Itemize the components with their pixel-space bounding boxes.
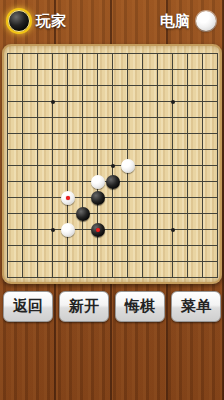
undo-button[interactable]: 悔棋 — [115, 291, 165, 322]
last-move-marker — [66, 196, 70, 200]
star-point — [51, 100, 55, 104]
stone-black — [91, 223, 105, 237]
player-label: 玩家 — [36, 8, 66, 34]
computer-label: 电脑 — [160, 8, 190, 34]
stone-white — [61, 223, 75, 237]
computer-indicator: 电脑 — [160, 8, 216, 34]
action-button-row: 返回新开悔棋菜单 — [3, 291, 221, 322]
stone-black — [106, 175, 120, 189]
player-indicator: 玩家 — [8, 8, 66, 34]
gomoku-app-screen: 玩家 电脑 返回新开悔棋菜单 — [0, 0, 224, 400]
star-point — [171, 228, 175, 232]
star-point — [51, 228, 55, 232]
menu-button[interactable]: 菜单 — [171, 291, 221, 322]
stone-white — [61, 191, 75, 205]
stone-white — [91, 175, 105, 189]
stone-black — [91, 191, 105, 205]
stone-black — [76, 207, 90, 221]
status-bar: 玩家 电脑 — [0, 0, 224, 45]
new-game-button[interactable]: 新开 — [59, 291, 109, 322]
back-button[interactable]: 返回 — [3, 291, 53, 322]
stone-white — [121, 159, 135, 173]
computer-white-stone-icon — [196, 11, 216, 31]
star-point — [111, 164, 115, 168]
player-black-stone-icon — [8, 10, 30, 32]
board-grid — [7, 53, 218, 278]
last-move-marker — [96, 228, 100, 232]
star-point — [171, 100, 175, 104]
game-board[interactable] — [2, 44, 222, 284]
